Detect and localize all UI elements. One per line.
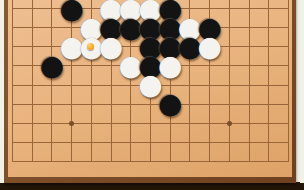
stone-white: ●	[200, 37, 220, 57]
grid-line	[249, 0, 250, 162]
grid-line	[268, 0, 269, 162]
stone-white: ●	[160, 56, 180, 76]
grid-line	[229, 0, 230, 162]
grid-line	[12, 104, 289, 105]
grid-line	[12, 123, 289, 124]
star-point	[69, 121, 74, 126]
grid-line	[288, 0, 289, 162]
grid-line	[32, 0, 33, 162]
grid-line	[12, 0, 13, 162]
background-strip-right	[300, 0, 304, 183]
stone-black: ●	[42, 56, 62, 76]
star-point	[227, 121, 232, 126]
stone-black: ●	[160, 94, 180, 114]
grid-line	[12, 161, 289, 162]
grid-line	[12, 142, 289, 143]
gomoku-app-screen: ●●●●●●●●●●●●●●●●●●●●●●●●●	[0, 0, 304, 190]
board-shadow	[0, 182, 304, 190]
background-strip-left	[0, 0, 4, 183]
